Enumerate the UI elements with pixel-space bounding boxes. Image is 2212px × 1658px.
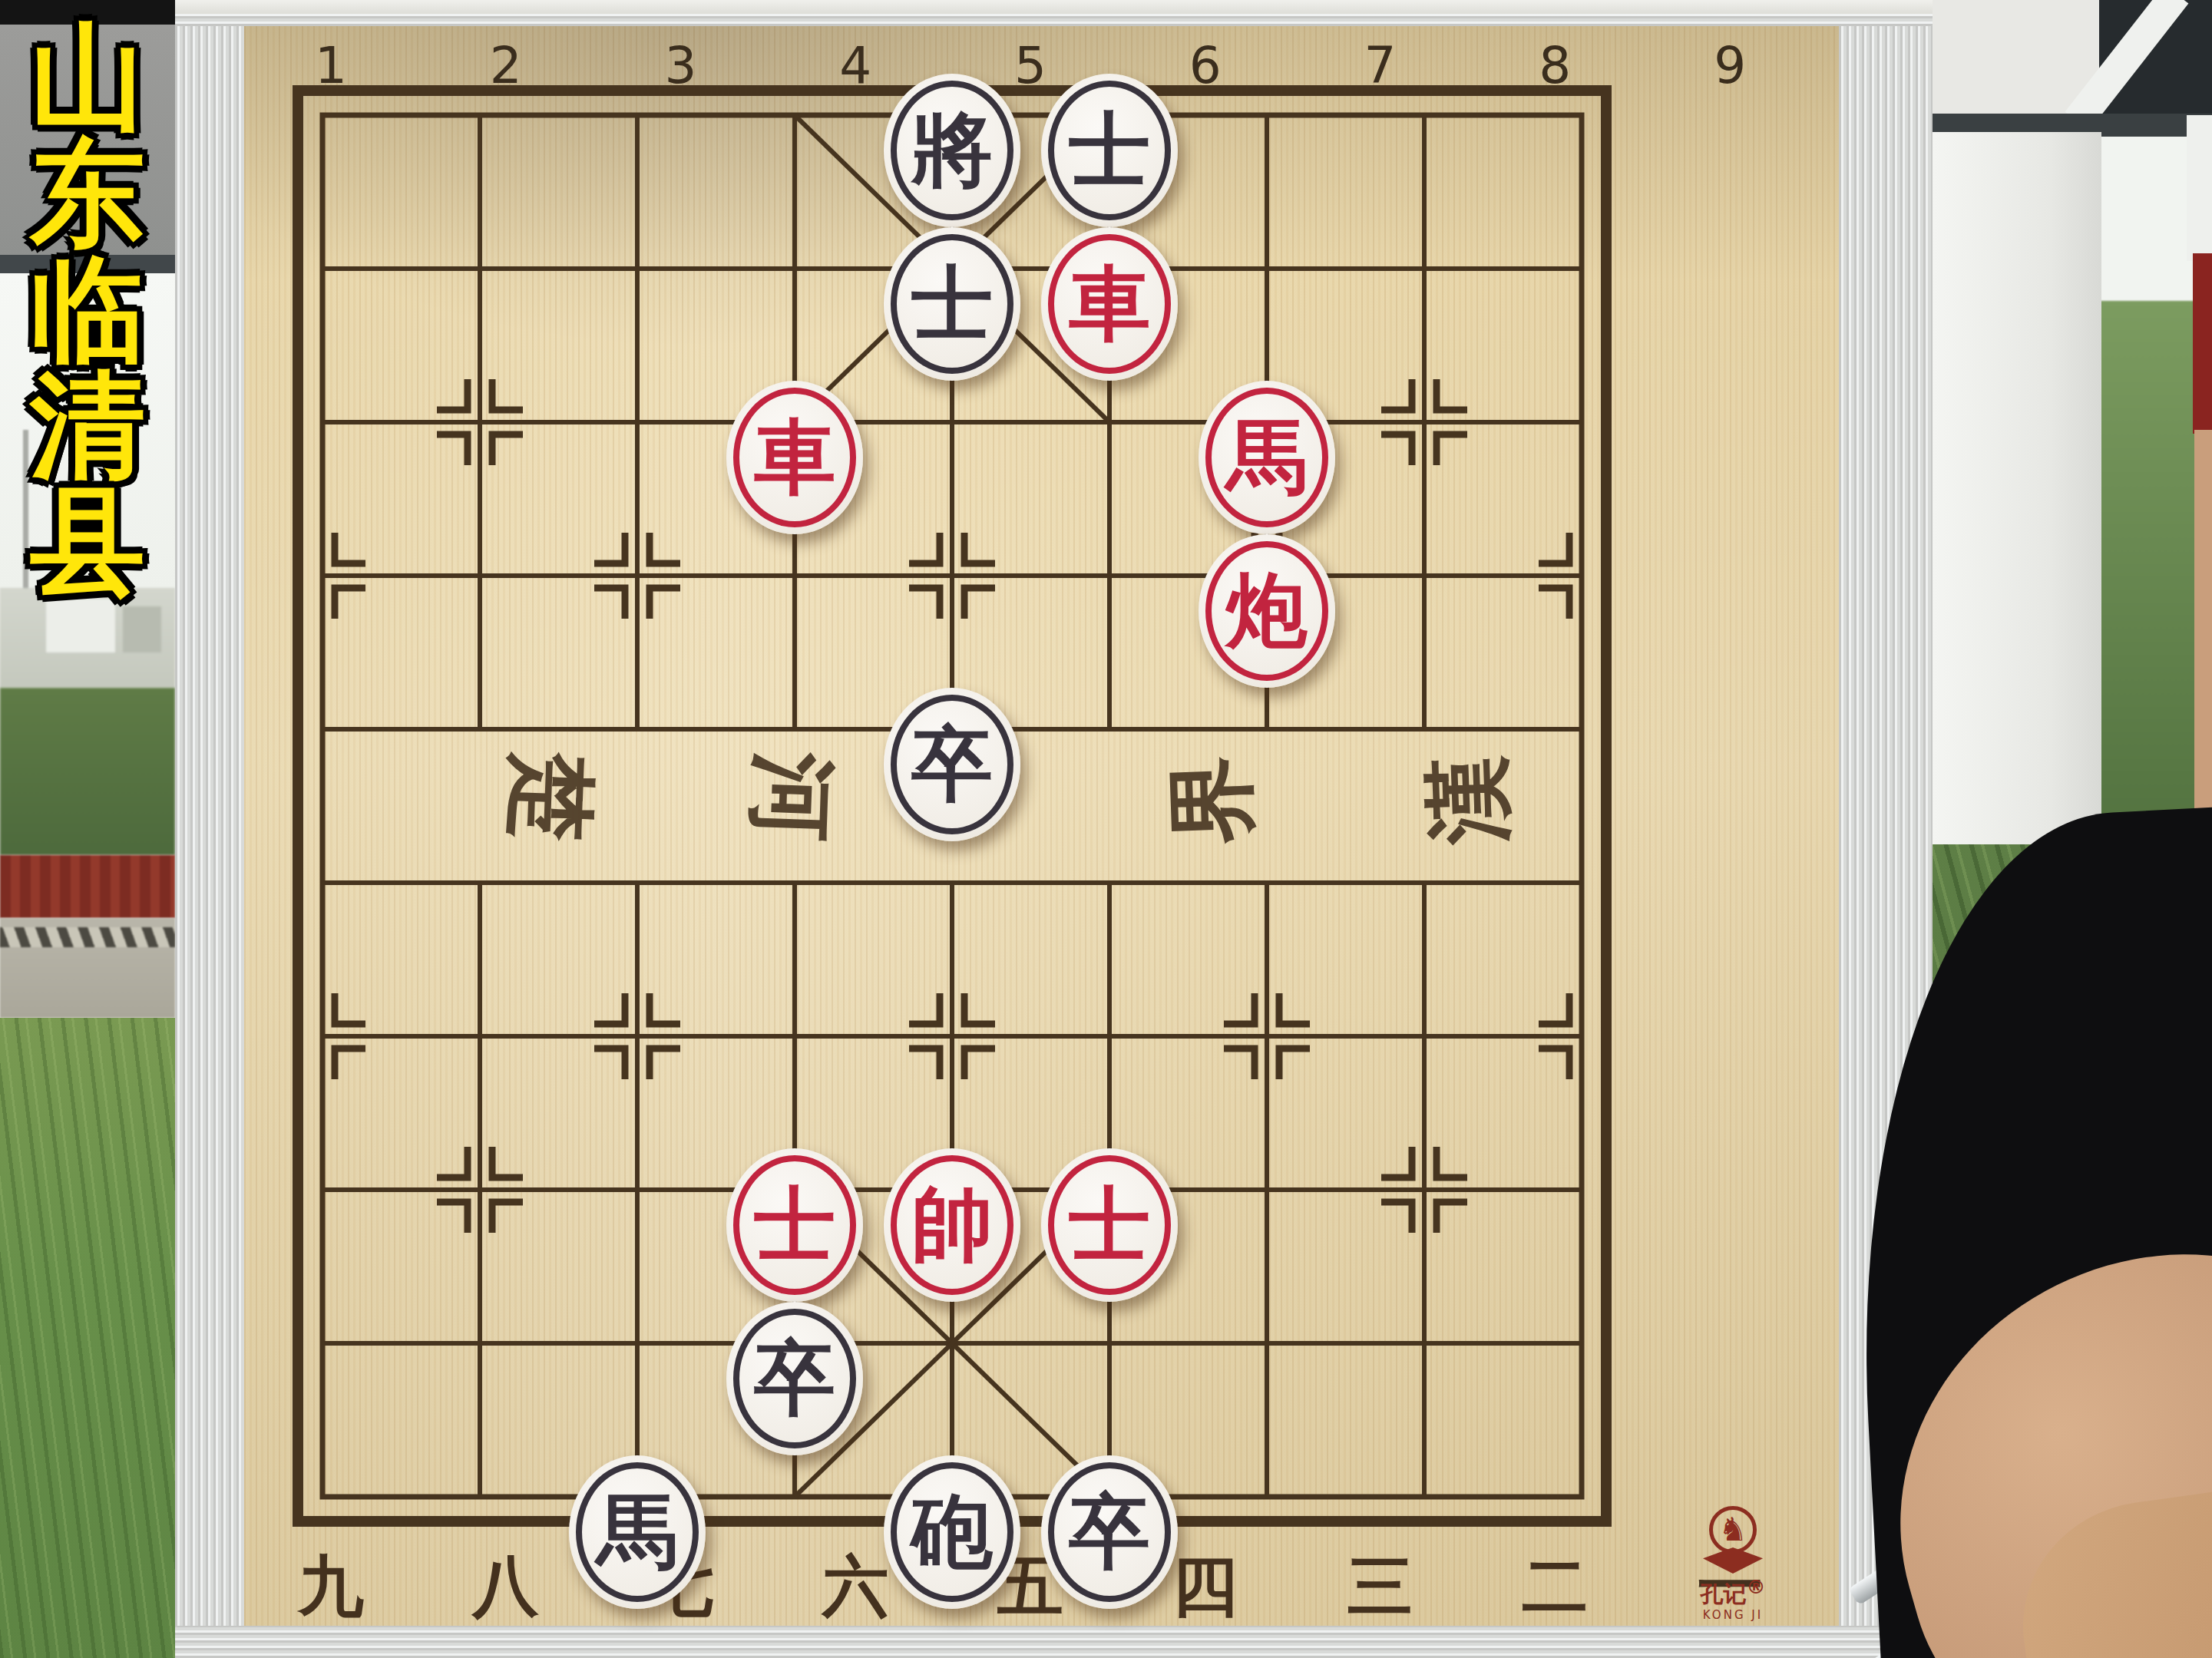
brand-name: 孔记® — [1675, 1574, 1790, 1608]
ceiling-strip — [175, 0, 1933, 15]
caption-char: 临 — [5, 252, 170, 368]
right-edge-frame — [2187, 115, 2212, 261]
knight-icon: ♞ — [1709, 1506, 1757, 1554]
file-numbers-bottom: 九八七六五四三二一 — [243, 1549, 1817, 1623]
board-frame-left — [175, 14, 244, 1658]
piece-black-soldier[interactable]: 卒 — [726, 1302, 863, 1455]
board-frame-bottom — [175, 1626, 1933, 1658]
screenshot: 山东临清县 123456789 九八七六五四三二一 楚河 界漢 ♞ 孔记® KO… — [0, 0, 2212, 1658]
piece-glyph: 馬 — [597, 1491, 678, 1573]
piece-red-advisor[interactable]: 士 — [1041, 1148, 1178, 1302]
registered-mark: ® — [1747, 1576, 1766, 1598]
location-caption: 山东临清县 — [5, 20, 170, 599]
file-number: 7 — [1293, 38, 1468, 94]
file-number: 二 — [1467, 1549, 1642, 1623]
board-icon — [1703, 1547, 1763, 1574]
caption-char: 山 — [5, 20, 170, 136]
piece-glyph: 馬 — [1226, 417, 1308, 498]
piece-glyph: 炮 — [1226, 570, 1308, 652]
file-number: 三 — [1293, 1549, 1468, 1623]
piece-glyph: 卒 — [911, 724, 993, 805]
river-text-chu-he: 楚河 — [507, 751, 837, 843]
piece-black-advisor[interactable]: 士 — [1041, 74, 1178, 227]
file-number: 1 — [243, 38, 418, 94]
piece-black-soldier[interactable]: 卒 — [884, 688, 1020, 841]
piece-glyph: 砲 — [911, 1491, 993, 1573]
piece-black-horse[interactable]: 馬 — [569, 1455, 706, 1609]
piece-black-soldier[interactable]: 卒 — [1041, 1455, 1178, 1609]
file-numbers-top: 123456789 — [243, 38, 1817, 94]
grass-field — [0, 1018, 175, 1658]
brand-logo: ♞ 孔记® KONG JI — [1675, 1506, 1790, 1622]
caption-char: 县 — [5, 484, 170, 599]
piece-red-cannon[interactable]: 炮 — [1199, 534, 1335, 688]
piece-red-chariot[interactable]: 車 — [726, 381, 863, 534]
file-number: 3 — [594, 38, 769, 94]
caption-char: 东 — [5, 136, 170, 252]
piece-red-chariot[interactable]: 車 — [1041, 227, 1178, 381]
piece-black-advisor[interactable]: 士 — [884, 227, 1020, 381]
piece-red-advisor[interactable]: 士 — [726, 1148, 863, 1302]
red-fence — [0, 855, 175, 918]
river-char: 界 — [1164, 754, 1259, 846]
piece-red-general[interactable]: 帥 — [884, 1148, 1020, 1302]
piece-glyph: 將 — [911, 110, 993, 191]
window-pillar — [1933, 132, 2101, 861]
piece-red-horse[interactable]: 馬 — [1199, 381, 1335, 534]
river-text-han-jie: 界漢 — [1167, 754, 1513, 846]
piece-glyph: 車 — [754, 417, 835, 498]
piece-glyph: 卒 — [1069, 1491, 1150, 1573]
right-edge-red — [2193, 253, 2212, 434]
file-number: 2 — [418, 38, 594, 94]
piece-black-general[interactable]: 將 — [884, 74, 1020, 227]
piece-glyph: 士 — [911, 263, 993, 345]
piece-glyph: 卒 — [754, 1338, 835, 1419]
river-char: 漢 — [1420, 754, 1516, 846]
file-number: 八 — [418, 1549, 594, 1623]
board-lighting — [244, 26, 1839, 1626]
piece-black-cannon[interactable]: 砲 — [884, 1455, 1020, 1609]
caption-char: 清 — [5, 368, 170, 484]
tree-line — [0, 688, 175, 855]
brand-latin: KONG JI — [1675, 1608, 1790, 1622]
file-number: 9 — [1642, 38, 1817, 94]
building-block — [123, 606, 161, 652]
path-edge-rope — [0, 927, 175, 947]
right-edge-skin — [2194, 430, 2212, 860]
file-number: 九 — [243, 1549, 418, 1623]
piece-glyph: 士 — [1069, 1184, 1150, 1266]
piece-glyph: 帥 — [911, 1184, 993, 1266]
board-frame-top — [175, 14, 1933, 26]
piece-glyph: 士 — [754, 1184, 835, 1266]
piece-glyph: 士 — [1069, 110, 1150, 191]
file-number: 8 — [1467, 38, 1642, 94]
piece-glyph: 車 — [1069, 263, 1150, 345]
river-char: 楚 — [504, 751, 599, 843]
river-char: 河 — [745, 751, 840, 843]
